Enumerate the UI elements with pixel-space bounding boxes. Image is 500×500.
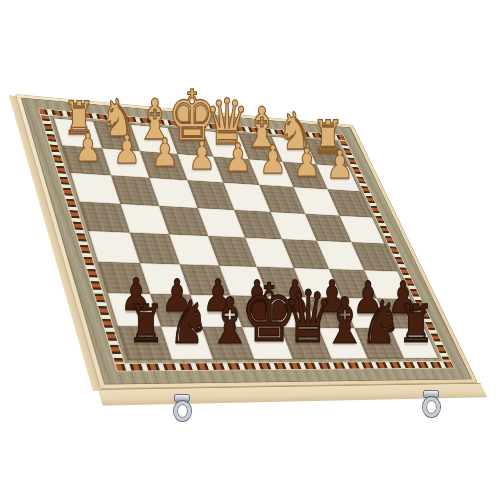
- metal-clasp-right: [422, 390, 440, 417]
- piece-white-pawn-b2[interactable]: ♟: [293, 143, 320, 182]
- piece-black-knight-b8[interactable]: ♞: [361, 293, 402, 352]
- clasp-ring-icon: [423, 397, 440, 417]
- piece-white-pawn-f2[interactable]: ♟: [151, 134, 178, 173]
- clasp-ring-icon: [174, 401, 191, 421]
- piece-white-pawn-d2[interactable]: ♟: [224, 139, 251, 178]
- piece-white-pawn-e2[interactable]: ♟: [188, 136, 215, 175]
- piece-white-pawn-a2[interactable]: ♟: [326, 146, 353, 185]
- piece-black-rook-h8[interactable]: ♜: [128, 300, 165, 352]
- piece-white-pawn-c2[interactable]: ♟: [259, 141, 286, 180]
- metal-clasp-left: [173, 394, 191, 421]
- piece-white-pawn-h2[interactable]: ♟: [74, 129, 101, 168]
- product-photo-chess-set: ♜♞♝♚♛♝♞♜♟♟♟♟♟♟♟♟♟♟♟♟♟♟♟♟♜♞♝♚♛♝♞♜: [0, 0, 500, 500]
- piece-black-rook-a8[interactable]: ♜: [398, 300, 435, 352]
- piece-white-pawn-g2[interactable]: ♟: [113, 131, 140, 170]
- piece-black-knight-g8[interactable]: ♞: [168, 293, 209, 352]
